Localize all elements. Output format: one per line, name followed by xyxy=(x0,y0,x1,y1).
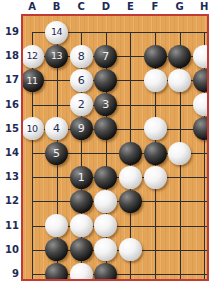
col-label-f: F xyxy=(147,0,163,14)
row-label-19: 19 xyxy=(0,25,19,39)
stone-b14[interactable]: 5 xyxy=(45,142,68,165)
col-label-d: D xyxy=(98,0,114,14)
stone-f17[interactable] xyxy=(144,69,167,92)
stone-d10[interactable] xyxy=(94,238,117,261)
col-label-h: H xyxy=(196,0,209,14)
go-board[interactable]: 1412138711623104951 xyxy=(21,14,209,281)
row-label-9: 9 xyxy=(0,267,19,281)
move-number: 4 xyxy=(53,123,60,134)
move-number: 5 xyxy=(53,148,60,159)
row-label-15: 15 xyxy=(0,122,19,136)
stone-c10[interactable] xyxy=(70,238,93,261)
stone-e12[interactable] xyxy=(119,190,142,213)
col-label-c: C xyxy=(73,0,89,14)
stone-h15[interactable] xyxy=(193,117,209,140)
stone-c11[interactable] xyxy=(70,214,93,237)
stone-c15[interactable]: 9 xyxy=(70,117,93,140)
stone-d16[interactable]: 3 xyxy=(94,93,117,116)
row-label-16: 16 xyxy=(0,98,19,112)
row-label-10: 10 xyxy=(0,243,19,257)
stone-h17[interactable] xyxy=(193,69,209,92)
move-number: 1 xyxy=(78,172,85,183)
stone-e13[interactable] xyxy=(119,166,142,189)
stone-g18[interactable] xyxy=(168,45,191,68)
stone-c13[interactable]: 1 xyxy=(70,166,93,189)
stone-b10[interactable] xyxy=(45,238,68,261)
stone-c9[interactable] xyxy=(70,263,93,281)
move-number: 3 xyxy=(102,99,109,110)
row-label-12: 12 xyxy=(0,194,19,208)
stone-d13[interactable] xyxy=(94,166,117,189)
move-number: 12 xyxy=(26,51,37,61)
col-label-e: E xyxy=(122,0,138,14)
move-number: 8 xyxy=(78,51,85,62)
row-label-11: 11 xyxy=(0,219,19,233)
move-number: 10 xyxy=(26,124,37,134)
stone-b15[interactable]: 4 xyxy=(45,117,68,140)
stone-f18[interactable] xyxy=(144,45,167,68)
move-number: 7 xyxy=(102,51,109,62)
stone-e14[interactable] xyxy=(119,142,142,165)
move-number: 13 xyxy=(51,51,62,61)
stone-c18[interactable]: 8 xyxy=(70,45,93,68)
stone-d9[interactable] xyxy=(94,263,117,281)
stone-e10[interactable] xyxy=(119,238,142,261)
stone-h16[interactable] xyxy=(193,93,209,116)
move-number: 6 xyxy=(78,75,85,86)
stone-d12[interactable] xyxy=(94,190,117,213)
row-label-14: 14 xyxy=(0,146,19,160)
stone-b9[interactable] xyxy=(45,263,68,281)
stone-g17[interactable] xyxy=(168,69,191,92)
stone-b11[interactable] xyxy=(45,214,68,237)
col-label-g: G xyxy=(172,0,188,14)
stone-c17[interactable]: 6 xyxy=(70,69,93,92)
stone-c12[interactable] xyxy=(70,190,93,213)
stone-h18[interactable] xyxy=(193,45,209,68)
move-number: 2 xyxy=(78,99,85,110)
stone-d11[interactable] xyxy=(94,214,117,237)
go-diagram: ABCDEFGH191817161514131211109 1412138711… xyxy=(0,0,209,281)
stone-f15[interactable] xyxy=(144,117,167,140)
stone-f14[interactable] xyxy=(144,142,167,165)
row-label-13: 13 xyxy=(0,170,19,184)
col-label-a: A xyxy=(24,0,40,14)
stone-d18[interactable]: 7 xyxy=(94,45,117,68)
move-number: 11 xyxy=(26,76,37,86)
stone-g14[interactable] xyxy=(168,142,191,165)
stone-a15[interactable]: 10 xyxy=(21,117,44,140)
stone-b19[interactable]: 14 xyxy=(45,21,68,44)
row-label-17: 17 xyxy=(0,73,19,87)
move-number: 9 xyxy=(78,123,85,134)
move-number: 14 xyxy=(51,27,62,37)
stone-f13[interactable] xyxy=(144,166,167,189)
grid-line-row-16 xyxy=(32,105,209,106)
col-label-b: B xyxy=(49,0,65,14)
stone-b18[interactable]: 13 xyxy=(45,45,68,68)
stone-c16[interactable]: 2 xyxy=(70,93,93,116)
stone-d17[interactable] xyxy=(94,69,117,92)
stone-d15[interactable] xyxy=(94,117,117,140)
stone-a18[interactable]: 12 xyxy=(21,45,44,68)
row-label-18: 18 xyxy=(0,49,19,63)
stone-a17[interactable]: 11 xyxy=(21,69,44,92)
